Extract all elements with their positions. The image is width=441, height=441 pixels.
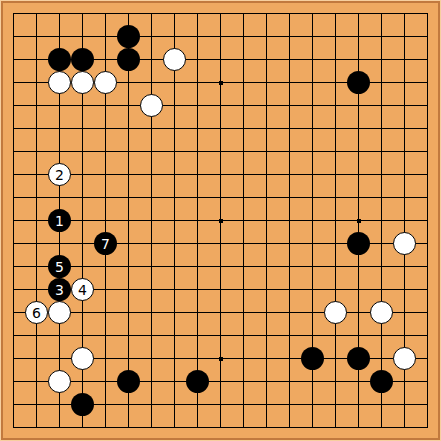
black-stone bbox=[117, 370, 140, 393]
grid-line-vertical bbox=[381, 13, 382, 428]
move-5-stone-black: 5 bbox=[48, 255, 71, 278]
white-stone bbox=[163, 48, 186, 71]
grid-line-horizontal bbox=[13, 266, 428, 267]
white-stone bbox=[140, 94, 163, 117]
black-stone bbox=[71, 48, 94, 71]
star-point bbox=[219, 357, 223, 361]
move-7-stone-black: 7 bbox=[94, 232, 117, 255]
white-stone bbox=[48, 71, 71, 94]
white-stone bbox=[393, 232, 416, 255]
black-stone bbox=[347, 347, 370, 370]
move-2-stone-white: 2 bbox=[48, 163, 71, 186]
grid-line-vertical bbox=[243, 13, 244, 428]
move-3-stone-black: 3 bbox=[48, 278, 71, 301]
grid-line-horizontal bbox=[13, 381, 428, 382]
move-6-stone-white: 6 bbox=[25, 301, 48, 324]
white-stone bbox=[94, 71, 117, 94]
black-stone bbox=[48, 48, 71, 71]
white-stone bbox=[71, 347, 94, 370]
black-stone bbox=[301, 347, 324, 370]
star-point bbox=[219, 81, 223, 85]
white-stone bbox=[370, 301, 393, 324]
grid-line-vertical bbox=[266, 13, 267, 428]
grid-line-horizontal bbox=[13, 427, 428, 428]
grid-line-vertical bbox=[427, 13, 428, 428]
black-stone bbox=[117, 25, 140, 48]
grid-line-horizontal bbox=[13, 312, 428, 313]
black-stone bbox=[186, 370, 209, 393]
white-stone bbox=[324, 301, 347, 324]
grid-line-horizontal bbox=[13, 335, 428, 336]
grid-line-vertical bbox=[335, 13, 336, 428]
black-stone bbox=[370, 370, 393, 393]
white-stone bbox=[71, 71, 94, 94]
move-1-stone-black: 1 bbox=[48, 209, 71, 232]
white-stone bbox=[48, 370, 71, 393]
star-point bbox=[357, 219, 361, 223]
black-stone bbox=[117, 48, 140, 71]
star-point bbox=[219, 219, 223, 223]
black-stone bbox=[347, 71, 370, 94]
black-stone bbox=[347, 232, 370, 255]
white-stone bbox=[393, 347, 416, 370]
grid-line-vertical bbox=[289, 13, 290, 428]
go-board-frame: 1234567 bbox=[0, 0, 441, 441]
white-stone bbox=[48, 301, 71, 324]
move-4-stone-white: 4 bbox=[71, 278, 94, 301]
black-stone bbox=[71, 393, 94, 416]
